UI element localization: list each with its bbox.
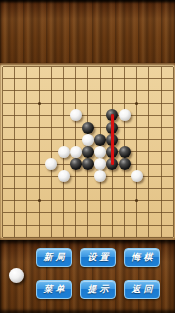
white-stone bbox=[82, 134, 94, 146]
win-line-marker bbox=[111, 114, 114, 165]
button-grid: 新局 设置 悔棋 菜单 提示 返回 bbox=[36, 248, 160, 299]
app-screen: 新局 设置 悔棋 菜单 提示 返回 bbox=[0, 0, 175, 313]
grid-line-horizontal bbox=[3, 225, 174, 226]
undo-button[interactable]: 悔棋 bbox=[124, 248, 160, 267]
star-point bbox=[135, 102, 138, 105]
grid-line-vertical bbox=[173, 67, 174, 238]
grid-line-horizontal bbox=[3, 237, 174, 238]
player-stone-indicator bbox=[9, 268, 24, 283]
star-point bbox=[135, 199, 138, 202]
white-stone bbox=[94, 170, 106, 182]
settings-button[interactable]: 设置 bbox=[80, 248, 116, 267]
wood-header bbox=[0, 0, 175, 63]
white-stone bbox=[58, 170, 70, 182]
white-stone bbox=[119, 109, 131, 121]
white-stone bbox=[70, 146, 82, 158]
white-stone bbox=[58, 146, 70, 158]
new-game-button[interactable]: 新局 bbox=[36, 248, 72, 267]
black-stone bbox=[119, 158, 131, 170]
white-stone bbox=[70, 109, 82, 121]
star-point bbox=[38, 102, 41, 105]
black-stone bbox=[82, 122, 94, 134]
white-stone bbox=[94, 146, 106, 158]
board[interactable] bbox=[0, 63, 175, 240]
black-stone bbox=[70, 158, 82, 170]
black-stone bbox=[82, 158, 94, 170]
black-stone bbox=[94, 134, 106, 146]
back-button[interactable]: 返回 bbox=[124, 280, 160, 299]
white-stone bbox=[45, 158, 57, 170]
black-stone bbox=[82, 146, 94, 158]
grid-line-horizontal bbox=[3, 212, 174, 213]
hint-button[interactable]: 提示 bbox=[80, 280, 116, 299]
control-panel: 新局 设置 悔棋 菜单 提示 返回 bbox=[0, 240, 175, 313]
grid-line-vertical bbox=[161, 67, 162, 238]
star-point bbox=[38, 199, 41, 202]
menu-button[interactable]: 菜单 bbox=[36, 280, 72, 299]
white-stone bbox=[131, 170, 143, 182]
black-stone bbox=[119, 146, 131, 158]
white-stone bbox=[94, 158, 106, 170]
